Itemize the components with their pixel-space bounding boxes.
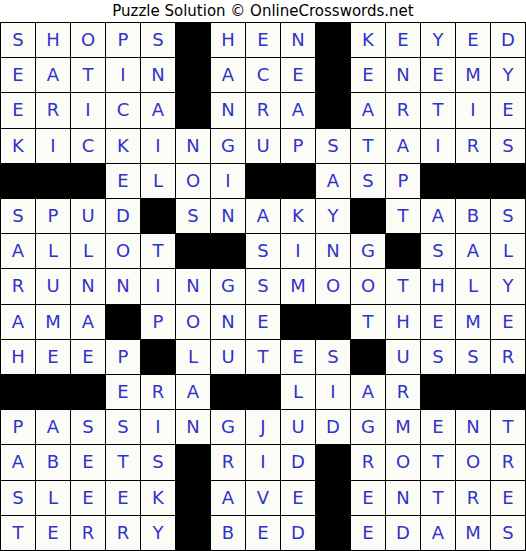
cell-r3c7: N: [211, 93, 246, 128]
cell-r15c13: A: [421, 516, 456, 551]
cell-r9c12: H: [386, 305, 421, 340]
cell-r6c2: P: [36, 199, 71, 234]
cell-r7c13: S: [421, 234, 456, 269]
cell-r12c5: I: [141, 410, 176, 445]
cell-r13c1: A: [1, 445, 36, 480]
cell-r3c3: I: [71, 93, 106, 128]
cell-r7c11: G: [351, 234, 386, 269]
cell-r3c10: [316, 93, 351, 128]
cell-r3c8: R: [246, 93, 281, 128]
cell-r4c12: A: [386, 129, 421, 164]
cell-r11c4: E: [106, 375, 141, 410]
page-header: Puzzle Solution © OnlineCrosswords.net: [0, 0, 526, 22]
cell-r4c2: I: [36, 129, 71, 164]
cell-r1c9: N: [281, 23, 316, 58]
cell-r9c15: E: [491, 305, 526, 340]
cell-r10c2: E: [36, 340, 71, 375]
cell-r12c10: D: [316, 410, 351, 445]
cell-r10c5: [141, 340, 176, 375]
cell-r8c15: Y: [491, 269, 526, 304]
cell-r5c12: P: [386, 164, 421, 199]
cell-r6c7: N: [211, 199, 246, 234]
cell-r4c7: G: [211, 129, 246, 164]
cell-r5c14: [456, 164, 491, 199]
cell-r11c13: [421, 375, 456, 410]
cell-r4c11: T: [351, 129, 386, 164]
cell-r5c3: [71, 164, 106, 199]
cell-r4c9: P: [281, 129, 316, 164]
cell-r6c1: S: [1, 199, 36, 234]
cell-r8c9: M: [281, 269, 316, 304]
cell-r2c10: [316, 58, 351, 93]
cell-r6c12: T: [386, 199, 421, 234]
cell-r4c15: S: [491, 129, 526, 164]
cell-r14c11: E: [351, 481, 386, 516]
cell-r12c12: M: [386, 410, 421, 445]
cell-r6c9: K: [281, 199, 316, 234]
cell-r8c6: N: [176, 269, 211, 304]
cell-r6c11: [351, 199, 386, 234]
cell-r3c1: E: [1, 93, 36, 128]
cell-r8c13: H: [421, 269, 456, 304]
cell-r9c4: [106, 305, 141, 340]
cell-r4c13: I: [421, 129, 456, 164]
cell-r5c8: [246, 164, 281, 199]
cell-r3c15: E: [491, 93, 526, 128]
cell-r1c11: K: [351, 23, 386, 58]
cell-r4c5: I: [141, 129, 176, 164]
cell-r14c14: R: [456, 481, 491, 516]
cell-r14c5: K: [141, 481, 176, 516]
cell-r5c9: [281, 164, 316, 199]
page-title: Puzzle Solution © OnlineCrosswords.net: [112, 2, 413, 20]
cell-r14c12: N: [386, 481, 421, 516]
cell-r14c4: E: [106, 481, 141, 516]
cell-r11c11: A: [351, 375, 386, 410]
cell-r4c4: K: [106, 129, 141, 164]
cell-r12c13: E: [421, 410, 456, 445]
cell-r7c8: S: [246, 234, 281, 269]
cell-r11c5: R: [141, 375, 176, 410]
cell-r1c8: E: [246, 23, 281, 58]
cell-r15c15: S: [491, 516, 526, 551]
cell-r8c2: U: [36, 269, 71, 304]
cell-r6c10: Y: [316, 199, 351, 234]
cell-r12c4: S: [106, 410, 141, 445]
cell-r1c14: E: [456, 23, 491, 58]
cell-r5c1: [1, 164, 36, 199]
cell-r13c5: S: [141, 445, 176, 480]
cell-r15c5: Y: [141, 516, 176, 551]
cell-r14c3: E: [71, 481, 106, 516]
cell-r8c3: N: [71, 269, 106, 304]
cell-r8c1: R: [1, 269, 36, 304]
cell-r10c15: R: [491, 340, 526, 375]
cell-r12c1: P: [1, 410, 36, 445]
cell-r14c10: [316, 481, 351, 516]
cell-r6c4: D: [106, 199, 141, 234]
cell-r3c5: A: [141, 93, 176, 128]
cell-r14c1: S: [1, 481, 36, 516]
cell-r4c3: C: [71, 129, 106, 164]
cell-r6c13: A: [421, 199, 456, 234]
cell-r10c8: T: [246, 340, 281, 375]
cell-r2c7: A: [211, 58, 246, 93]
cell-r5c5: L: [141, 164, 176, 199]
cell-r15c6: [176, 516, 211, 551]
cell-r10c4: P: [106, 340, 141, 375]
cell-r6c15: S: [491, 199, 526, 234]
cell-r9c7: N: [211, 305, 246, 340]
cell-r8c8: S: [246, 269, 281, 304]
cell-r7c1: A: [1, 234, 36, 269]
cell-r7c7: [211, 234, 246, 269]
cell-r10c13: S: [421, 340, 456, 375]
cell-r6c3: U: [71, 199, 106, 234]
cell-r1c15: D: [491, 23, 526, 58]
cell-r13c15: R: [491, 445, 526, 480]
cell-r12c11: G: [351, 410, 386, 445]
cell-r2c8: C: [246, 58, 281, 93]
cell-r10c10: S: [316, 340, 351, 375]
cell-r15c3: R: [71, 516, 106, 551]
cell-r15c2: E: [36, 516, 71, 551]
cell-r14c9: E: [281, 481, 316, 516]
cell-r5c11: S: [351, 164, 386, 199]
cell-r14c2: L: [36, 481, 71, 516]
cell-r11c14: [456, 375, 491, 410]
cell-r3c13: T: [421, 93, 456, 128]
cell-r5c10: A: [316, 164, 351, 199]
cell-r8c5: I: [141, 269, 176, 304]
cell-r1c4: P: [106, 23, 141, 58]
cell-r2c2: A: [36, 58, 71, 93]
cell-r1c13: Y: [421, 23, 456, 58]
cell-r12c3: S: [71, 410, 106, 445]
cell-r12c7: G: [211, 410, 246, 445]
cell-r14c7: A: [211, 481, 246, 516]
cell-r14c8: V: [246, 481, 281, 516]
cell-r14c6: [176, 481, 211, 516]
cell-r12c2: A: [36, 410, 71, 445]
cell-r8c14: L: [456, 269, 491, 304]
cell-r10c3: E: [71, 340, 106, 375]
cell-r12c15: T: [491, 410, 526, 445]
cell-r9c13: E: [421, 305, 456, 340]
cell-r9c5: P: [141, 305, 176, 340]
cell-r7c9: I: [281, 234, 316, 269]
cell-r3c6: [176, 93, 211, 128]
cell-r4c8: U: [246, 129, 281, 164]
cell-r9c8: E: [246, 305, 281, 340]
cell-r13c2: B: [36, 445, 71, 480]
cell-r4c6: N: [176, 129, 211, 164]
cell-r7c4: O: [106, 234, 141, 269]
cell-r8c11: O: [351, 269, 386, 304]
cell-r2c3: T: [71, 58, 106, 93]
cell-r1c7: H: [211, 23, 246, 58]
cell-r1c5: S: [141, 23, 176, 58]
cell-r11c7: [211, 375, 246, 410]
cell-r9c2: M: [36, 305, 71, 340]
cell-r8c10: O: [316, 269, 351, 304]
cell-r5c7: I: [211, 164, 246, 199]
cell-r11c15: [491, 375, 526, 410]
cell-r6c8: A: [246, 199, 281, 234]
cell-r2c1: E: [1, 58, 36, 93]
cell-r7c6: [176, 234, 211, 269]
cell-r5c6: O: [176, 164, 211, 199]
cell-r7c10: N: [316, 234, 351, 269]
cell-r2c5: N: [141, 58, 176, 93]
cell-r15c8: E: [246, 516, 281, 551]
cell-r13c14: O: [456, 445, 491, 480]
cell-r4c1: K: [1, 129, 36, 164]
cell-r14c15: E: [491, 481, 526, 516]
cell-r15c11: E: [351, 516, 386, 551]
cell-r7c2: L: [36, 234, 71, 269]
cell-r2c6: [176, 58, 211, 93]
cell-r15c1: T: [1, 516, 36, 551]
cell-r3c14: I: [456, 93, 491, 128]
cell-r12c6: N: [176, 410, 211, 445]
cell-r7c5: T: [141, 234, 176, 269]
cell-r10c12: U: [386, 340, 421, 375]
cell-r1c10: [316, 23, 351, 58]
cell-r9c6: O: [176, 305, 211, 340]
cell-r13c3: E: [71, 445, 106, 480]
cell-r4c10: S: [316, 129, 351, 164]
cell-r4c14: R: [456, 129, 491, 164]
cell-r6c6: S: [176, 199, 211, 234]
cell-r12c8: J: [246, 410, 281, 445]
cell-r2c14: M: [456, 58, 491, 93]
cell-r8c4: N: [106, 269, 141, 304]
cell-r9c3: A: [71, 305, 106, 340]
cell-r1c3: O: [71, 23, 106, 58]
cell-r11c9: L: [281, 375, 316, 410]
cell-r14c13: T: [421, 481, 456, 516]
cell-r7c15: L: [491, 234, 526, 269]
cell-r15c12: D: [386, 516, 421, 551]
cell-r11c10: I: [316, 375, 351, 410]
cell-r6c14: B: [456, 199, 491, 234]
cell-r11c6: A: [176, 375, 211, 410]
cell-r11c1: [1, 375, 36, 410]
cell-r10c7: U: [211, 340, 246, 375]
cell-r1c12: E: [386, 23, 421, 58]
cell-r7c12: [386, 234, 421, 269]
cell-r3c11: A: [351, 93, 386, 128]
cell-r9c1: A: [1, 305, 36, 340]
cell-r13c9: D: [281, 445, 316, 480]
cell-r5c15: [491, 164, 526, 199]
cell-r7c14: A: [456, 234, 491, 269]
cell-r13c10: [316, 445, 351, 480]
cell-r2c15: Y: [491, 58, 526, 93]
cell-r5c13: [421, 164, 456, 199]
cell-r10c14: S: [456, 340, 491, 375]
cell-r8c7: G: [211, 269, 246, 304]
cell-r15c4: R: [106, 516, 141, 551]
cell-r3c4: C: [106, 93, 141, 128]
cell-r11c3: [71, 375, 106, 410]
cell-r8c12: T: [386, 269, 421, 304]
cell-r11c12: R: [386, 375, 421, 410]
cell-r7c3: L: [71, 234, 106, 269]
crossword-grid: SHOPSHENKEYEDEATINACEENEMYERICANRAARTIEK…: [0, 22, 526, 551]
cell-r2c13: E: [421, 58, 456, 93]
cell-r3c9: A: [281, 93, 316, 128]
cell-r13c13: T: [421, 445, 456, 480]
cell-r1c2: H: [36, 23, 71, 58]
cell-r13c11: R: [351, 445, 386, 480]
cell-r2c9: E: [281, 58, 316, 93]
cell-r6c5: [141, 199, 176, 234]
cell-r5c2: [36, 164, 71, 199]
cell-r1c1: S: [1, 23, 36, 58]
cell-r2c12: N: [386, 58, 421, 93]
cell-r15c10: [316, 516, 351, 551]
cell-r11c8: [246, 375, 281, 410]
cell-r15c14: M: [456, 516, 491, 551]
cell-r10c11: [351, 340, 386, 375]
cell-r11c2: [36, 375, 71, 410]
cell-r2c11: E: [351, 58, 386, 93]
cell-r9c14: M: [456, 305, 491, 340]
cell-r13c6: [176, 445, 211, 480]
cell-r10c9: E: [281, 340, 316, 375]
cell-r13c7: R: [211, 445, 246, 480]
cell-r13c12: O: [386, 445, 421, 480]
cell-r3c12: R: [386, 93, 421, 128]
cell-r10c6: L: [176, 340, 211, 375]
cell-r15c9: D: [281, 516, 316, 551]
cell-r12c14: N: [456, 410, 491, 445]
cell-r2c4: I: [106, 58, 141, 93]
cell-r3c2: R: [36, 93, 71, 128]
cell-r12c9: U: [281, 410, 316, 445]
cell-r9c11: T: [351, 305, 386, 340]
cell-r5c4: E: [106, 164, 141, 199]
cell-r13c8: I: [246, 445, 281, 480]
cell-r9c9: [281, 305, 316, 340]
cell-r15c7: B: [211, 516, 246, 551]
cell-r10c1: H: [1, 340, 36, 375]
cell-r1c6: [176, 23, 211, 58]
cell-r9c10: [316, 305, 351, 340]
cell-r13c4: T: [106, 445, 141, 480]
